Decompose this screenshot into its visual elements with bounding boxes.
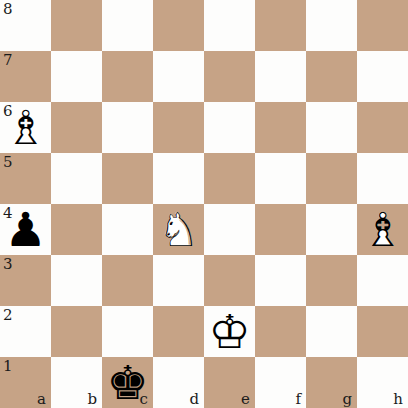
white-bishop-outline-glyph: ♗ — [4, 102, 46, 153]
black-king[interactable]: ♚ — [102, 357, 153, 408]
white-king-outline-glyph: ♔ — [208, 306, 250, 357]
rank-label-1: 1 — [3, 359, 13, 374]
square-g5[interactable] — [306, 153, 357, 204]
square-d3[interactable] — [153, 255, 204, 306]
file-label-d: d — [189, 392, 199, 407]
square-f8[interactable] — [255, 0, 306, 51]
rank-label-3: 3 — [3, 257, 13, 272]
square-b5[interactable] — [51, 153, 102, 204]
square-a8[interactable]: 8 — [0, 0, 51, 51]
square-g8[interactable] — [306, 0, 357, 51]
square-a5[interactable]: 5 — [0, 153, 51, 204]
white-king[interactable]: ♚♔ — [204, 306, 255, 357]
rank-label-8: 8 — [3, 2, 13, 17]
square-d4[interactable]: ♞♘ — [153, 204, 204, 255]
square-c4[interactable] — [102, 204, 153, 255]
square-h2[interactable] — [357, 306, 408, 357]
chess-board: 87♝♗65♟4♞♘♝♗32♚♔1ab♚cdefgh — [0, 0, 408, 408]
square-a3[interactable]: 3 — [0, 255, 51, 306]
file-label-f: f — [295, 392, 301, 407]
square-b4[interactable] — [51, 204, 102, 255]
rank-label-5: 5 — [3, 155, 13, 170]
square-f7[interactable] — [255, 51, 306, 102]
square-d6[interactable] — [153, 102, 204, 153]
square-c6[interactable] — [102, 102, 153, 153]
square-b3[interactable] — [51, 255, 102, 306]
square-b2[interactable] — [51, 306, 102, 357]
square-b7[interactable] — [51, 51, 102, 102]
square-a2[interactable]: 2 — [0, 306, 51, 357]
square-f4[interactable] — [255, 204, 306, 255]
black-pawn[interactable]: ♟ — [0, 204, 51, 255]
square-h4[interactable]: ♝♗ — [357, 204, 408, 255]
square-e1[interactable]: e — [204, 357, 255, 408]
square-d7[interactable] — [153, 51, 204, 102]
square-h1[interactable]: h — [357, 357, 408, 408]
file-label-a: a — [37, 392, 46, 407]
white-knight-outline-glyph: ♘ — [157, 204, 199, 255]
square-f2[interactable] — [255, 306, 306, 357]
square-h8[interactable] — [357, 0, 408, 51]
square-h3[interactable] — [357, 255, 408, 306]
square-d2[interactable] — [153, 306, 204, 357]
square-f1[interactable]: f — [255, 357, 306, 408]
white-bishop[interactable]: ♝♗ — [357, 204, 408, 255]
square-d8[interactable] — [153, 0, 204, 51]
square-g7[interactable] — [306, 51, 357, 102]
square-a7[interactable]: 7 — [0, 51, 51, 102]
square-e3[interactable] — [204, 255, 255, 306]
square-h5[interactable] — [357, 153, 408, 204]
square-g2[interactable] — [306, 306, 357, 357]
square-b6[interactable] — [51, 102, 102, 153]
square-a6[interactable]: ♝♗6 — [0, 102, 51, 153]
file-label-h: h — [393, 392, 403, 407]
square-d1[interactable]: d — [153, 357, 204, 408]
square-h7[interactable] — [357, 51, 408, 102]
square-g3[interactable] — [306, 255, 357, 306]
square-c8[interactable] — [102, 0, 153, 51]
square-a4[interactable]: ♟4 — [0, 204, 51, 255]
square-g1[interactable]: g — [306, 357, 357, 408]
square-h6[interactable] — [357, 102, 408, 153]
square-e7[interactable] — [204, 51, 255, 102]
file-label-e: e — [241, 392, 250, 407]
rank-label-2: 2 — [3, 308, 13, 323]
file-label-b: b — [87, 392, 97, 407]
square-b1[interactable]: b — [51, 357, 102, 408]
white-bishop-outline-glyph: ♗ — [361, 204, 403, 255]
black-king-glyph: ♚ — [106, 357, 148, 408]
square-e5[interactable] — [204, 153, 255, 204]
square-e2[interactable]: ♚♔ — [204, 306, 255, 357]
square-e4[interactable] — [204, 204, 255, 255]
square-f6[interactable] — [255, 102, 306, 153]
square-e8[interactable] — [204, 0, 255, 51]
square-c5[interactable] — [102, 153, 153, 204]
square-f5[interactable] — [255, 153, 306, 204]
square-g4[interactable] — [306, 204, 357, 255]
square-c2[interactable] — [102, 306, 153, 357]
white-bishop[interactable]: ♝♗ — [0, 102, 51, 153]
square-f3[interactable] — [255, 255, 306, 306]
square-g6[interactable] — [306, 102, 357, 153]
rank-label-7: 7 — [3, 53, 13, 68]
square-c7[interactable] — [102, 51, 153, 102]
square-b8[interactable] — [51, 0, 102, 51]
square-c3[interactable] — [102, 255, 153, 306]
square-a1[interactable]: 1a — [0, 357, 51, 408]
square-d5[interactable] — [153, 153, 204, 204]
black-pawn-glyph: ♟ — [4, 204, 46, 255]
square-e6[interactable] — [204, 102, 255, 153]
square-c1[interactable]: ♚c — [102, 357, 153, 408]
file-label-g: g — [342, 392, 352, 407]
white-knight[interactable]: ♞♘ — [153, 204, 204, 255]
